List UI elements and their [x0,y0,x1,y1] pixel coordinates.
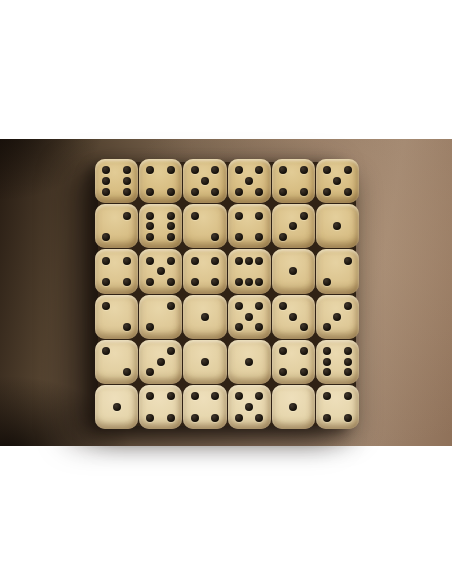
pip [279,302,287,310]
die-r5c2-face-3 [139,340,182,384]
die-r2c1-face-2 [95,204,138,248]
pip [235,166,243,174]
pip [344,368,352,376]
die-r6c6-face-4 [316,385,359,429]
pip [146,368,154,376]
pip [255,257,263,265]
pip [323,358,331,366]
pip [235,188,243,196]
pip [344,257,352,265]
pip [333,313,341,321]
pip [344,347,352,355]
pip [123,177,131,185]
pip [323,323,331,331]
pip [167,257,175,265]
pip [289,267,297,275]
pip [255,414,263,422]
pip [201,358,209,366]
pip [255,166,263,174]
pip [279,347,287,355]
pip [167,188,175,196]
pip [146,188,154,196]
die-r5c5-face-4 [272,340,315,384]
die-r1c3-face-5 [183,159,226,203]
pip [235,302,243,310]
pip [255,278,263,286]
pip [300,368,308,376]
die-r6c2-face-4 [139,385,182,429]
pip [245,177,253,185]
pip [102,278,110,286]
pip [245,313,253,321]
pip [102,166,110,174]
pip [255,392,263,400]
pip [279,368,287,376]
pip [191,212,199,220]
pip [102,177,110,185]
pip [102,302,110,310]
die-r4c6-face-3 [316,295,359,339]
pip [323,392,331,400]
pip [191,414,199,422]
pip [123,257,131,265]
pip [211,257,219,265]
pip [344,166,352,174]
die-r5c3-face-1 [183,340,226,384]
dice-photo [0,139,452,446]
pip [279,188,287,196]
die-r1c1-face-6 [95,159,138,203]
pip [146,222,154,230]
pip [300,347,308,355]
pip [123,188,131,196]
die-r6c5-face-1 [272,385,315,429]
die-r3c6-face-2 [316,249,359,293]
pip [255,212,263,220]
pip [123,368,131,376]
pip [167,392,175,400]
pip [344,414,352,422]
pip [289,313,297,321]
die-r5c6-face-6 [316,340,359,384]
pip [245,278,253,286]
die-r3c4-face-6 [228,249,271,293]
pip [323,188,331,196]
pip [167,414,175,422]
pip [167,222,175,230]
pip [344,392,352,400]
die-r2c3-face-2 [183,204,226,248]
die-r5c4-face-1 [228,340,271,384]
pip [235,414,243,422]
die-r1c5-face-4 [272,159,315,203]
die-r6c4-face-5 [228,385,271,429]
pip [123,323,131,331]
pip [245,403,253,411]
pip [255,233,263,241]
die-r4c2-face-2 [139,295,182,339]
pip [201,313,209,321]
pip [344,302,352,310]
pip [211,233,219,241]
pip [102,233,110,241]
pip [245,358,253,366]
pip [146,233,154,241]
pip [289,403,297,411]
die-r4c5-face-3 [272,295,315,339]
die-r6c1-face-1 [95,385,138,429]
pip [167,233,175,241]
pip [300,188,308,196]
dice-grid [95,159,359,429]
die-r3c3-face-4 [183,249,226,293]
pip [235,392,243,400]
die-r4c3-face-1 [183,295,226,339]
pip [300,212,308,220]
pip [333,222,341,230]
die-r3c1-face-4 [95,249,138,293]
die-r2c4-face-4 [228,204,271,248]
pip [146,166,154,174]
die-r1c2-face-4 [139,159,182,203]
pip [102,257,110,265]
pip [201,177,209,185]
pip [211,188,219,196]
pip [167,278,175,286]
pip [113,403,121,411]
die-r2c6-face-1 [316,204,359,248]
pip [211,278,219,286]
pip [289,222,297,230]
pip [123,166,131,174]
pip [146,278,154,286]
die-r3c2-face-5 [139,249,182,293]
die-r5c1-face-2 [95,340,138,384]
die-r2c5-face-3 [272,204,315,248]
pip [146,257,154,265]
pip [255,188,263,196]
pip [146,212,154,220]
pip [323,166,331,174]
die-r4c4-face-5 [228,295,271,339]
pip [255,323,263,331]
pip [323,414,331,422]
pip [211,392,219,400]
pip [235,212,243,220]
die-r1c6-face-5 [316,159,359,203]
pip [157,358,165,366]
pip [344,188,352,196]
pip [235,233,243,241]
pip [102,188,110,196]
pip [300,166,308,174]
pip [235,278,243,286]
die-r4c1-face-2 [95,295,138,339]
pip [211,166,219,174]
pip [123,212,131,220]
pip [344,358,352,366]
pip [235,323,243,331]
pip [167,212,175,220]
pip [157,267,165,275]
pip [245,257,253,265]
pip [146,414,154,422]
pip [211,414,219,422]
pip [191,188,199,196]
die-r6c3-face-4 [183,385,226,429]
die-r1c4-face-5 [228,159,271,203]
pip [333,177,341,185]
die-r2c2-face-6 [139,204,182,248]
pip [235,257,243,265]
pip [102,347,110,355]
pip [191,392,199,400]
pip [167,347,175,355]
pip [167,302,175,310]
pip [323,347,331,355]
pip [191,257,199,265]
pip [323,278,331,286]
pip [279,166,287,174]
pip [167,166,175,174]
pip [146,392,154,400]
pip [191,278,199,286]
pip [255,302,263,310]
pip [300,323,308,331]
pip [123,278,131,286]
pip [323,368,331,376]
pip [279,233,287,241]
pip [146,323,154,331]
die-r3c5-face-1 [272,249,315,293]
pip [191,166,199,174]
